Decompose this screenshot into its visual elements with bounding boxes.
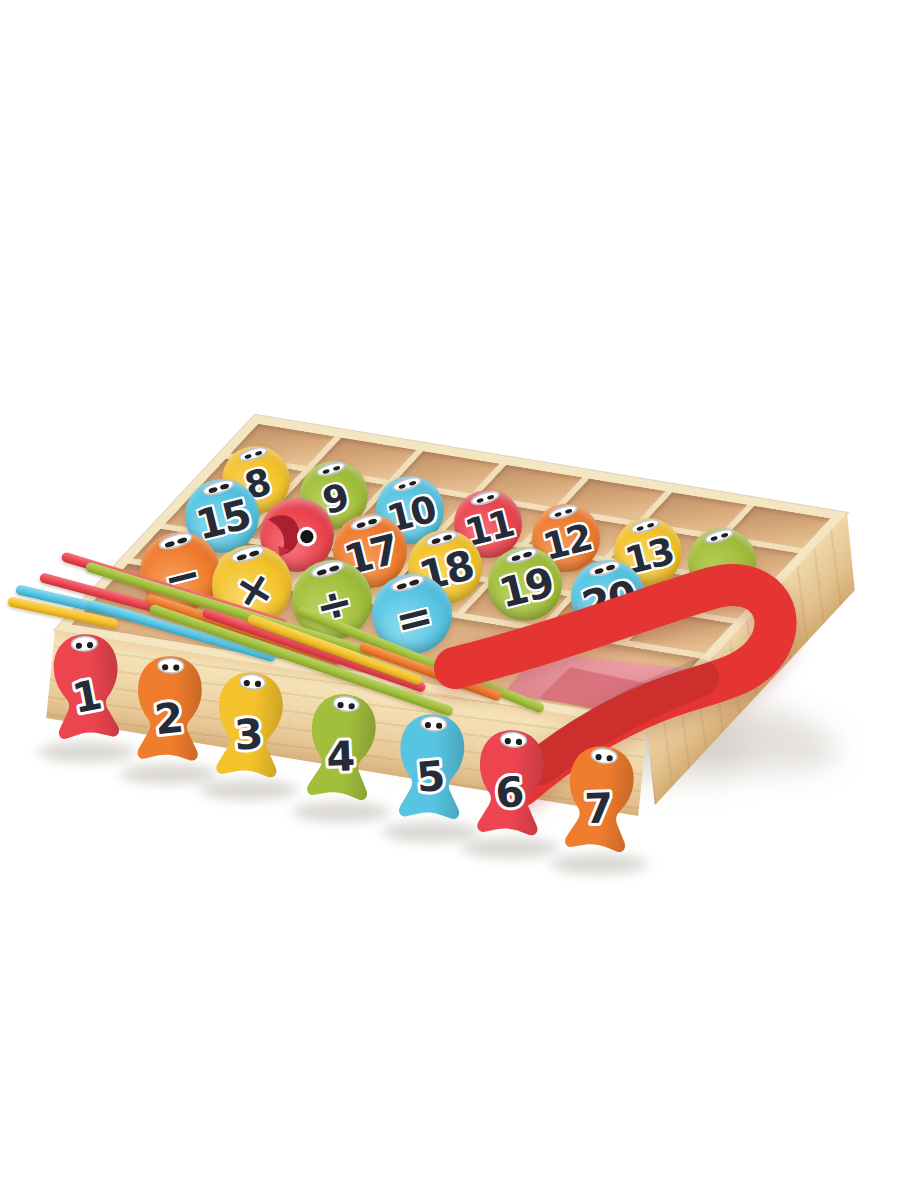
fish-number: 4 — [326, 732, 356, 781]
fish-number: 3 — [233, 710, 265, 760]
fish-block-2[interactable]: 2 — [124, 651, 214, 782]
fish-eyes — [71, 636, 98, 652]
fish-number: 2 — [152, 693, 186, 744]
fish-eyes — [158, 658, 184, 674]
fish-block-3[interactable]: 3 — [202, 665, 297, 799]
fish-number: 5 — [415, 752, 448, 802]
fish-block-7[interactable]: 7 — [550, 738, 649, 874]
fish-block-5[interactable]: 5 — [385, 708, 478, 840]
fish-number: 7 — [584, 784, 614, 833]
fish-block-6[interactable]: 6 — [463, 723, 558, 857]
fish-layer: 1234567 — [0, 0, 900, 1200]
fish-eyes — [420, 716, 447, 732]
fish-block-1[interactable]: 1 — [41, 628, 134, 760]
fish-number: 6 — [494, 768, 526, 818]
fish-block-4[interactable]: 4 — [292, 686, 391, 822]
photo-stage: 89101112131517181920−×÷= 1234567 — [0, 0, 900, 1200]
